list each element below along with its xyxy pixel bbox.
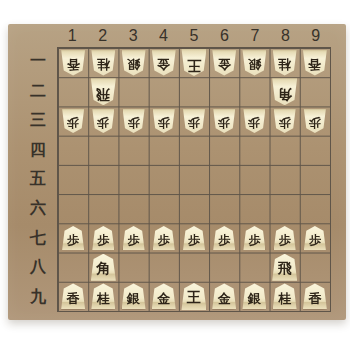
piece-kanji: 桂 bbox=[97, 288, 110, 305]
piece-gote-pawn[interactable]: 歩 bbox=[243, 109, 265, 133]
square-c8-r8[interactable]: 飛 bbox=[270, 253, 300, 282]
square-c4-r2[interactable] bbox=[149, 77, 179, 106]
piece-gote-gold[interactable]: 金 bbox=[212, 50, 236, 76]
square-c1-r6[interactable] bbox=[58, 194, 88, 223]
piece-gote-pawn[interactable]: 歩 bbox=[153, 109, 175, 133]
square-c6-r9[interactable]: 金 bbox=[209, 282, 239, 311]
square-c5-r6[interactable] bbox=[179, 194, 209, 223]
square-c9-r6[interactable] bbox=[300, 194, 330, 223]
piece-sente-pawn[interactable]: 歩 bbox=[62, 226, 84, 250]
piece-gote-pawn[interactable]: 歩 bbox=[213, 109, 235, 133]
square-c1-r3[interactable]: 歩 bbox=[58, 106, 88, 135]
piece-kanji: 歩 bbox=[309, 230, 321, 246]
square-c4-r1[interactable]: 金 bbox=[149, 48, 179, 77]
square-c2-r6[interactable] bbox=[88, 194, 118, 223]
square-c8-r3[interactable]: 歩 bbox=[270, 106, 300, 135]
square-c4-r4[interactable] bbox=[149, 136, 179, 165]
piece-sente-silver[interactable]: 銀 bbox=[242, 283, 266, 309]
square-c3-r4[interactable] bbox=[118, 136, 148, 165]
piece-sente-knight[interactable]: 桂 bbox=[91, 283, 115, 309]
piece-kanji: 金 bbox=[157, 288, 170, 305]
piece-kanji: 桂 bbox=[97, 54, 110, 71]
piece-sente-pawn[interactable]: 歩 bbox=[153, 226, 175, 250]
square-c3-r7[interactable]: 歩 bbox=[118, 223, 148, 252]
square-c6-r8[interactable] bbox=[209, 253, 239, 282]
square-c1-r8[interactable] bbox=[58, 253, 88, 282]
square-c6-r1[interactable]: 金 bbox=[209, 48, 239, 77]
piece-gote-gold[interactable]: 金 bbox=[152, 50, 176, 76]
square-c2-r3[interactable]: 歩 bbox=[88, 106, 118, 135]
piece-gote-lance[interactable]: 香 bbox=[303, 50, 327, 76]
piece-kanji: 歩 bbox=[279, 230, 291, 246]
square-c3-r3[interactable]: 歩 bbox=[118, 106, 148, 135]
piece-kanji: 銀 bbox=[127, 288, 140, 305]
square-c1-r9[interactable]: 香 bbox=[58, 282, 88, 311]
piece-sente-silver[interactable]: 銀 bbox=[122, 283, 146, 309]
square-c7-r8[interactable] bbox=[239, 253, 269, 282]
square-c1-r7[interactable]: 歩 bbox=[58, 223, 88, 252]
square-c1-r4[interactable] bbox=[58, 136, 88, 165]
square-c9-r3[interactable]: 歩 bbox=[300, 106, 330, 135]
piece-kanji: 金 bbox=[218, 54, 231, 71]
square-c7-r1[interactable]: 銀 bbox=[239, 48, 269, 77]
square-c7-r5[interactable] bbox=[239, 165, 269, 194]
square-c8-r9[interactable]: 桂 bbox=[270, 282, 300, 311]
square-c4-r9[interactable]: 金 bbox=[149, 282, 179, 311]
square-c4-r7[interactable]: 歩 bbox=[149, 223, 179, 252]
piece-kanji: 歩 bbox=[67, 113, 79, 129]
piece-sente-pawn[interactable]: 歩 bbox=[304, 226, 326, 250]
piece-gote-pawn[interactable]: 歩 bbox=[62, 109, 84, 133]
piece-gote-pawn[interactable]: 歩 bbox=[274, 109, 296, 133]
piece-sente-pawn[interactable]: 歩 bbox=[123, 226, 145, 250]
rank-label-1: 一 bbox=[24, 47, 52, 76]
square-c3-r6[interactable] bbox=[118, 194, 148, 223]
square-c8-r7[interactable]: 歩 bbox=[270, 223, 300, 252]
square-c8-r2[interactable]: 角 bbox=[270, 77, 300, 106]
rank-label-2: 二 bbox=[24, 76, 52, 105]
piece-kanji: 歩 bbox=[128, 230, 140, 246]
piece-kanji: 歩 bbox=[67, 230, 79, 246]
piece-gote-king[interactable]: 王 bbox=[181, 49, 206, 76]
piece-kanji: 桂 bbox=[278, 288, 291, 305]
rank-label-8: 八 bbox=[24, 253, 52, 282]
piece-kanji: 香 bbox=[308, 288, 321, 305]
piece-sente-pawn[interactable]: 歩 bbox=[274, 226, 296, 250]
square-c3-r5[interactable] bbox=[118, 165, 148, 194]
square-c2-r7[interactable]: 歩 bbox=[88, 223, 118, 252]
square-c7-r2[interactable] bbox=[239, 77, 269, 106]
square-c8-r5[interactable] bbox=[270, 165, 300, 194]
square-c1-r1[interactable]: 香 bbox=[58, 48, 88, 77]
piece-sente-king[interactable]: 王 bbox=[181, 283, 206, 310]
square-c2-r9[interactable]: 桂 bbox=[88, 282, 118, 311]
piece-kanji: 歩 bbox=[158, 230, 170, 246]
square-c7-r3[interactable]: 歩 bbox=[239, 106, 269, 135]
piece-kanji: 歩 bbox=[248, 230, 260, 246]
square-c5-r7[interactable]: 歩 bbox=[179, 223, 209, 252]
square-c5-r8[interactable] bbox=[179, 253, 209, 282]
square-c6-r3[interactable]: 歩 bbox=[209, 106, 239, 135]
piece-kanji: 金 bbox=[157, 54, 170, 71]
file-labels: 123456789 bbox=[57, 25, 331, 46]
square-c2-r2[interactable]: 飛 bbox=[88, 77, 118, 106]
piece-kanji: 歩 bbox=[97, 230, 109, 246]
square-c4-r6[interactable] bbox=[149, 194, 179, 223]
square-c4-r8[interactable] bbox=[149, 253, 179, 282]
piece-sente-pawn[interactable]: 歩 bbox=[243, 226, 265, 250]
piece-kanji: 角 bbox=[96, 258, 110, 276]
piece-kanji: 歩 bbox=[158, 113, 170, 129]
piece-gote-silver[interactable]: 銀 bbox=[122, 50, 146, 76]
file-label-6: 6 bbox=[209, 25, 239, 46]
square-c9-r8[interactable] bbox=[300, 253, 330, 282]
square-c7-r6[interactable] bbox=[239, 194, 269, 223]
square-c8-r6[interactable] bbox=[270, 194, 300, 223]
square-c3-r1[interactable]: 銀 bbox=[118, 48, 148, 77]
file-label-8: 8 bbox=[270, 25, 300, 46]
piece-kanji: 銀 bbox=[248, 54, 261, 71]
square-c5-r3[interactable]: 歩 bbox=[179, 106, 209, 135]
piece-kanji: 香 bbox=[67, 288, 80, 305]
piece-sente-lance[interactable]: 香 bbox=[303, 283, 327, 309]
piece-kanji: 歩 bbox=[188, 230, 200, 246]
piece-sente-bishop[interactable]: 角 bbox=[91, 254, 116, 281]
piece-gote-lance[interactable]: 香 bbox=[61, 50, 85, 76]
piece-gote-pawn[interactable]: 歩 bbox=[123, 109, 145, 133]
piece-gote-silver[interactable]: 銀 bbox=[242, 50, 266, 76]
piece-sente-lance[interactable]: 香 bbox=[61, 283, 85, 309]
piece-kanji: 王 bbox=[187, 54, 201, 72]
rank-label-6: 六 bbox=[24, 194, 52, 223]
piece-kanji: 銀 bbox=[248, 288, 261, 305]
piece-gote-bishop[interactable]: 角 bbox=[272, 78, 297, 105]
piece-gote-pawn[interactable]: 歩 bbox=[92, 109, 114, 133]
piece-sente-rook[interactable]: 飛 bbox=[272, 254, 297, 281]
piece-kanji: 歩 bbox=[188, 113, 200, 129]
piece-kanji: 歩 bbox=[279, 113, 291, 129]
piece-kanji: 歩 bbox=[218, 113, 230, 129]
photo-background: 123456789 一二三四五六七八九 香桂銀金王金銀桂香飛角歩歩歩歩歩歩歩歩歩… bbox=[0, 0, 350, 350]
square-c7-r7[interactable]: 歩 bbox=[239, 223, 269, 252]
piece-gote-pawn[interactable]: 歩 bbox=[304, 109, 326, 133]
square-c9-r9[interactable]: 香 bbox=[300, 282, 330, 311]
square-c9-r1[interactable]: 香 bbox=[300, 48, 330, 77]
square-c5-r9[interactable]: 王 bbox=[179, 282, 209, 311]
square-c6-r4[interactable] bbox=[209, 136, 239, 165]
rank-labels: 一二三四五六七八九 bbox=[24, 47, 52, 312]
piece-kanji: 飛 bbox=[96, 83, 110, 101]
square-c4-r5[interactable] bbox=[149, 165, 179, 194]
file-label-5: 5 bbox=[179, 25, 209, 46]
square-c8-r1[interactable]: 桂 bbox=[270, 48, 300, 77]
piece-kanji: 桂 bbox=[278, 54, 291, 71]
square-c3-r2[interactable] bbox=[118, 77, 148, 106]
square-c8-r4[interactable] bbox=[270, 136, 300, 165]
piece-kanji: 歩 bbox=[309, 113, 321, 129]
piece-kanji: 歩 bbox=[248, 113, 260, 129]
square-c5-r5[interactable] bbox=[179, 165, 209, 194]
square-c6-r7[interactable]: 歩 bbox=[209, 223, 239, 252]
square-c6-r2[interactable] bbox=[209, 77, 239, 106]
rank-label-3: 三 bbox=[24, 106, 52, 135]
file-label-3: 3 bbox=[118, 25, 148, 46]
piece-kanji: 歩 bbox=[97, 113, 109, 129]
square-c2-r8[interactable]: 角 bbox=[88, 253, 118, 282]
shogi-board: 123456789 一二三四五六七八九 香桂銀金王金銀桂香飛角歩歩歩歩歩歩歩歩歩… bbox=[8, 24, 346, 320]
square-c6-r6[interactable] bbox=[209, 194, 239, 223]
file-label-1: 1 bbox=[57, 25, 87, 46]
square-c5-r2[interactable] bbox=[179, 77, 209, 106]
piece-gote-knight[interactable]: 桂 bbox=[273, 50, 297, 76]
piece-kanji: 王 bbox=[187, 287, 201, 305]
file-label-4: 4 bbox=[148, 25, 178, 46]
piece-sente-gold[interactable]: 金 bbox=[152, 283, 176, 309]
piece-gote-knight[interactable]: 桂 bbox=[91, 50, 115, 76]
square-c6-r5[interactable] bbox=[209, 165, 239, 194]
piece-kanji: 銀 bbox=[127, 54, 140, 71]
piece-kanji: 飛 bbox=[278, 258, 292, 276]
piece-sente-pawn[interactable]: 歩 bbox=[183, 226, 205, 250]
piece-sente-pawn[interactable]: 歩 bbox=[213, 226, 235, 250]
piece-sente-gold[interactable]: 金 bbox=[212, 283, 236, 309]
square-c1-r5[interactable] bbox=[58, 165, 88, 194]
square-c9-r7[interactable]: 歩 bbox=[300, 223, 330, 252]
square-c5-r1[interactable]: 王 bbox=[179, 48, 209, 77]
square-c5-r4[interactable] bbox=[179, 136, 209, 165]
square-c1-r2[interactable] bbox=[58, 77, 88, 106]
file-label-2: 2 bbox=[87, 25, 117, 46]
square-c4-r3[interactable]: 歩 bbox=[149, 106, 179, 135]
rank-label-4: 四 bbox=[24, 135, 52, 164]
piece-kanji: 歩 bbox=[218, 230, 230, 246]
file-label-9: 9 bbox=[301, 25, 331, 46]
square-c3-r8[interactable] bbox=[118, 253, 148, 282]
piece-kanji: 歩 bbox=[128, 113, 140, 129]
piece-kanji: 角 bbox=[278, 83, 292, 101]
square-c2-r1[interactable]: 桂 bbox=[88, 48, 118, 77]
square-c7-r9[interactable]: 銀 bbox=[239, 282, 269, 311]
rank-label-7: 七 bbox=[24, 224, 52, 253]
piece-kanji: 香 bbox=[308, 54, 321, 71]
piece-kanji: 香 bbox=[67, 54, 80, 71]
piece-kanji: 金 bbox=[218, 288, 231, 305]
square-c9-r4[interactable] bbox=[300, 136, 330, 165]
rank-label-5: 五 bbox=[24, 165, 52, 194]
square-c9-r2[interactable] bbox=[300, 77, 330, 106]
file-label-7: 7 bbox=[240, 25, 270, 46]
piece-sente-knight[interactable]: 桂 bbox=[273, 283, 297, 309]
board-grid: 香桂銀金王金銀桂香飛角歩歩歩歩歩歩歩歩歩歩歩歩歩歩歩歩歩歩角飛香桂銀金王金銀桂香 bbox=[57, 47, 331, 312]
square-c2-r5[interactable] bbox=[88, 165, 118, 194]
piece-gote-pawn[interactable]: 歩 bbox=[183, 109, 205, 133]
square-c9-r5[interactable] bbox=[300, 165, 330, 194]
square-c7-r4[interactable] bbox=[239, 136, 269, 165]
piece-gote-rook[interactable]: 飛 bbox=[91, 78, 116, 105]
square-c3-r9[interactable]: 銀 bbox=[118, 282, 148, 311]
square-c2-r4[interactable] bbox=[88, 136, 118, 165]
rank-label-9: 九 bbox=[24, 283, 52, 312]
piece-sente-pawn[interactable]: 歩 bbox=[92, 226, 114, 250]
